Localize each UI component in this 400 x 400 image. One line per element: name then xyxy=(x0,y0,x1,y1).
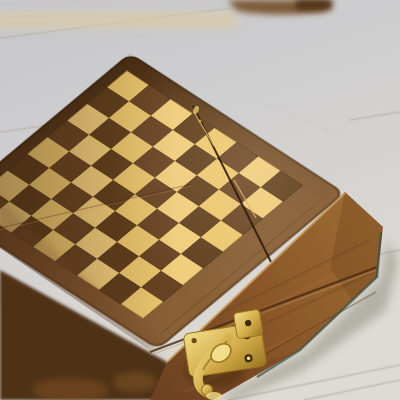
latch-upper-strap xyxy=(233,309,263,339)
latch-reflection xyxy=(206,392,222,400)
photo-of-chess-box xyxy=(0,0,400,400)
brass-hinge-glint xyxy=(198,119,201,122)
background-blur-band xyxy=(0,12,237,28)
left-face-reflection xyxy=(113,372,157,392)
scene-canvas xyxy=(0,0,400,400)
background-blurred-object-dark-end xyxy=(296,0,332,10)
